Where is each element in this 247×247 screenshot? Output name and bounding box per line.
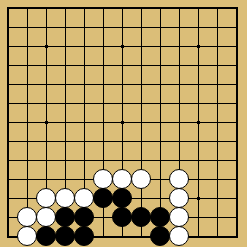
star-point <box>45 121 48 124</box>
stone-black[interactable]: ● <box>55 207 75 227</box>
stone-black[interactable]: ● <box>55 226 75 246</box>
stone-white[interactable]: ○ <box>36 207 56 227</box>
stone-white[interactable]: ○ <box>131 169 151 189</box>
stone-black[interactable]: ● <box>112 188 132 208</box>
star-point <box>45 45 48 48</box>
stone-white[interactable]: ○ <box>74 188 94 208</box>
stone-white[interactable]: ○ <box>17 207 37 227</box>
star-point <box>121 121 124 124</box>
stone-white[interactable]: ○ <box>55 188 75 208</box>
go-board-screenshot: ○○○○○○○●●○○○●●●●●○○●●●●○ <box>0 0 247 247</box>
star-point <box>197 197 200 200</box>
stone-white[interactable]: ○ <box>17 226 37 246</box>
go-board[interactable]: ○○○○○○○●●○○○●●●●●○○●●●●○ <box>0 0 247 247</box>
stone-black[interactable]: ● <box>36 226 56 246</box>
stone-white[interactable]: ○ <box>169 188 189 208</box>
star-point <box>197 121 200 124</box>
stone-black[interactable]: ● <box>74 207 94 227</box>
stone-black[interactable]: ● <box>93 188 113 208</box>
stone-black[interactable]: ● <box>112 207 132 227</box>
stone-black[interactable]: ● <box>150 207 170 227</box>
stone-white[interactable]: ○ <box>93 169 113 189</box>
stone-white[interactable]: ○ <box>36 188 56 208</box>
stone-white[interactable]: ○ <box>169 169 189 189</box>
star-point <box>197 45 200 48</box>
stone-black[interactable]: ● <box>131 207 151 227</box>
stone-black[interactable]: ● <box>74 226 94 246</box>
stone-white[interactable]: ○ <box>169 226 189 246</box>
star-point <box>121 45 124 48</box>
stone-black[interactable]: ● <box>150 226 170 246</box>
stone-white[interactable]: ○ <box>169 207 189 227</box>
stone-white[interactable]: ○ <box>112 169 132 189</box>
